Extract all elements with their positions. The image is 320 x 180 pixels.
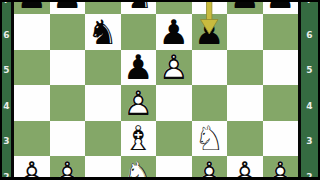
- white-pawn-a2[interactable]: ♟♙: [14, 156, 50, 177]
- square-a3[interactable]: [14, 121, 50, 157]
- black-knight-d7[interactable]: ♞: [121, 2, 157, 14]
- square-g4[interactable]: [227, 85, 263, 121]
- square-c5[interactable]: [85, 50, 121, 86]
- black-pawn-glyph: ♟: [50, 2, 86, 14]
- square-h4[interactable]: [263, 85, 299, 121]
- rank-label-6: 6: [2, 29, 11, 41]
- board-border-right: [298, 2, 301, 177]
- square-g6[interactable]: [227, 14, 263, 50]
- rank-label-5: 5: [301, 64, 318, 76]
- board-frame-right: 765432: [301, 2, 318, 177]
- white-knight-glyph-outline: ♘: [121, 156, 157, 177]
- square-g3[interactable]: [227, 121, 263, 157]
- black-pawn-g7[interactable]: ♟: [227, 2, 263, 14]
- white-bishop-glyph-outline: ♗: [121, 121, 157, 157]
- black-pawn-d5[interactable]: ♟: [121, 50, 157, 86]
- square-b4[interactable]: [50, 85, 86, 121]
- square-h3[interactable]: [263, 121, 299, 157]
- black-pawn-glyph: ♟: [121, 50, 157, 86]
- rank-label-4: 4: [2, 100, 11, 112]
- square-c4[interactable]: [85, 85, 121, 121]
- square-c2[interactable]: [85, 156, 121, 177]
- white-pawn-f2[interactable]: ♟♙: [192, 156, 228, 177]
- rank-label-3: 3: [301, 135, 318, 147]
- board-border-left: [11, 2, 14, 177]
- white-knight-glyph-outline: ♘: [192, 121, 228, 157]
- white-pawn-h2[interactable]: ♟♙: [263, 156, 299, 177]
- rank-label-7: 7: [301, 2, 318, 6]
- white-pawn-glyph-outline: ♙: [14, 156, 50, 177]
- square-a4[interactable]: [14, 85, 50, 121]
- black-pawn-b7[interactable]: ♟: [50, 2, 86, 14]
- square-d6[interactable]: [121, 14, 157, 50]
- black-pawn-f6[interactable]: ♟: [192, 14, 228, 50]
- white-bishop-d3[interactable]: ♝♗: [121, 121, 157, 157]
- white-pawn-d4[interactable]: ♟♙: [121, 85, 157, 121]
- black-knight-c6[interactable]: ♞: [85, 14, 121, 50]
- square-f5[interactable]: [192, 50, 228, 86]
- white-pawn-glyph-outline: ♙: [227, 156, 263, 177]
- square-b3[interactable]: [50, 121, 86, 157]
- rank-label-7: 7: [2, 2, 11, 6]
- square-b6[interactable]: [50, 14, 86, 50]
- square-g5[interactable]: [227, 50, 263, 86]
- square-e2[interactable]: [156, 156, 192, 177]
- square-f4[interactable]: [192, 85, 228, 121]
- white-pawn-b2[interactable]: ♟♙: [50, 156, 86, 177]
- letterbox-top: [0, 0, 320, 2]
- black-pawn-glyph: ♟: [156, 14, 192, 50]
- white-pawn-g2[interactable]: ♟♙: [227, 156, 263, 177]
- square-a6[interactable]: [14, 14, 50, 50]
- square-e4[interactable]: [156, 85, 192, 121]
- rank-label-6: 6: [301, 29, 318, 41]
- square-a5[interactable]: [14, 50, 50, 86]
- white-pawn-e5[interactable]: ♟♙: [156, 50, 192, 86]
- rank-label-3: 3: [2, 135, 11, 147]
- black-pawn-glyph: ♟: [14, 2, 50, 14]
- rank-label-5: 5: [2, 64, 11, 76]
- white-pawn-glyph-outline: ♙: [192, 156, 228, 177]
- square-h6[interactable]: [263, 14, 299, 50]
- black-pawn-h7[interactable]: ♟: [263, 2, 299, 14]
- white-knight-d2[interactable]: ♞♘: [121, 156, 157, 177]
- square-b5[interactable]: [50, 50, 86, 86]
- black-pawn-glyph: ♟: [263, 2, 299, 14]
- white-pawn-glyph-outline: ♙: [263, 156, 299, 177]
- chess-board[interactable]: ♟♟♞♟♟♞♟♟♟♟♙♟♙♝♗♞♘♟♙♟♙♞♘♟♙♟♙♟♙: [14, 2, 298, 177]
- white-knight-f3[interactable]: ♞♘: [192, 121, 228, 157]
- white-pawn-glyph-outline: ♙: [156, 50, 192, 86]
- square-e3[interactable]: [156, 121, 192, 157]
- black-knight-glyph: ♞: [121, 2, 157, 14]
- white-pawn-glyph-outline: ♙: [50, 156, 86, 177]
- black-knight-glyph: ♞: [85, 14, 121, 50]
- white-pawn-glyph-outline: ♙: [121, 85, 157, 121]
- board-frame-left: 765432: [2, 2, 11, 177]
- black-pawn-glyph: ♟: [227, 2, 263, 14]
- black-pawn-e6[interactable]: ♟: [156, 14, 192, 50]
- black-pawn-a7[interactable]: ♟: [14, 2, 50, 14]
- square-c3[interactable]: [85, 121, 121, 157]
- rank-label-4: 4: [301, 100, 318, 112]
- black-pawn-glyph: ♟: [192, 14, 228, 50]
- square-h5[interactable]: [263, 50, 299, 86]
- letterbox-bottom: [0, 177, 320, 180]
